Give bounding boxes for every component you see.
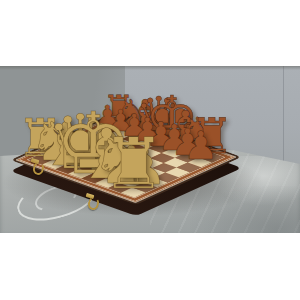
brass-clasp-left — [31, 159, 44, 175]
wall-seam-line — [283, 66, 284, 162]
brass-clasp-front — [86, 194, 99, 210]
clasp-hook — [32, 161, 45, 176]
screenshot-canvas: ♜♞♝♛♚♝♞♜♟♟♟♟♟♟♟♟♟♟♟♟♟♟♟♟♜♞♝♛♚♝♞♜ — [0, 0, 300, 300]
photo-top-shade — [0, 66, 300, 70]
clasp-hook — [87, 196, 100, 211]
product-photo: ♜♞♝♛♚♝♞♜♟♟♟♟♟♟♟♟♟♟♟♟♟♟♟♟♜♞♝♛♚♝♞♜ — [0, 66, 300, 233]
